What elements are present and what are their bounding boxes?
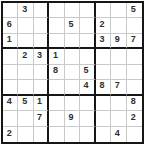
cell-r7c1-given[interactable]: 4 bbox=[3, 96, 18, 111]
cell-r2c1-given[interactable]: 6 bbox=[3, 18, 18, 33]
cell-r6c6-given[interactable]: 4 bbox=[80, 80, 95, 95]
cell-r4c7-empty[interactable] bbox=[96, 49, 111, 64]
cell-r5c8-empty[interactable] bbox=[111, 65, 126, 80]
cell-r3c9-given[interactable]: 7 bbox=[127, 34, 142, 49]
cell-r3c2-empty[interactable] bbox=[18, 34, 33, 49]
cell-r6c1-empty[interactable] bbox=[3, 80, 18, 95]
cell-r6c7-given[interactable]: 8 bbox=[96, 80, 111, 95]
cell-r1c4-empty[interactable] bbox=[49, 3, 64, 18]
cell-r5c6-given[interactable]: 5 bbox=[80, 65, 95, 80]
cell-r8c8-empty[interactable] bbox=[111, 111, 126, 126]
cell-r7c6-empty[interactable] bbox=[80, 96, 95, 111]
cell-r1c7-empty[interactable] bbox=[96, 3, 111, 18]
cell-r2c4-empty[interactable] bbox=[49, 18, 64, 33]
sudoku-board-wrapper: 35652139723185487451879224 bbox=[0, 0, 150, 144]
cell-r7c3-given[interactable]: 1 bbox=[34, 96, 49, 111]
cell-r7c4-empty[interactable] bbox=[49, 96, 64, 111]
cell-r8c5-given[interactable]: 9 bbox=[65, 111, 80, 126]
cell-r6c3-empty[interactable] bbox=[34, 80, 49, 95]
cell-r8c4-empty[interactable] bbox=[49, 111, 64, 126]
cell-r1c1-empty[interactable] bbox=[3, 3, 18, 18]
cell-r3c7-given[interactable]: 3 bbox=[96, 34, 111, 49]
cell-r9c7-empty[interactable] bbox=[96, 127, 111, 142]
cell-r9c8-given[interactable]: 4 bbox=[111, 127, 126, 142]
cell-r5c4-given[interactable]: 8 bbox=[49, 65, 64, 80]
cell-r5c7-empty[interactable] bbox=[96, 65, 111, 80]
cell-r4c3-given[interactable]: 3 bbox=[34, 49, 49, 64]
cell-r9c9-empty[interactable] bbox=[127, 127, 142, 142]
cell-r7c8-empty[interactable] bbox=[111, 96, 126, 111]
cell-r6c2-empty[interactable] bbox=[18, 80, 33, 95]
cell-r1c3-empty[interactable] bbox=[34, 3, 49, 18]
cell-r1c9-given[interactable]: 5 bbox=[127, 3, 142, 18]
cell-r9c4-empty[interactable] bbox=[49, 127, 64, 142]
cell-r6c8-given[interactable]: 7 bbox=[111, 80, 126, 95]
cell-r8c9-given[interactable]: 2 bbox=[127, 111, 142, 126]
cell-r6c5-empty[interactable] bbox=[65, 80, 80, 95]
cell-r2c7-given[interactable]: 2 bbox=[96, 18, 111, 33]
sudoku-board: 35652139723185487451879224 bbox=[1, 1, 144, 144]
cell-r3c5-empty[interactable] bbox=[65, 34, 80, 49]
cell-r6c9-empty[interactable] bbox=[127, 80, 142, 95]
cell-r7c7-empty[interactable] bbox=[96, 96, 111, 111]
cell-r8c6-empty[interactable] bbox=[80, 111, 95, 126]
cell-r4c9-empty[interactable] bbox=[127, 49, 142, 64]
cell-r7c5-empty[interactable] bbox=[65, 96, 80, 111]
cell-r2c5-given[interactable]: 5 bbox=[65, 18, 80, 33]
cell-r4c1-empty[interactable] bbox=[3, 49, 18, 64]
cell-r7c9-given[interactable]: 8 bbox=[127, 96, 142, 111]
cell-r8c2-empty[interactable] bbox=[18, 111, 33, 126]
cell-r4c4-given[interactable]: 1 bbox=[49, 49, 64, 64]
cell-r6c4-empty[interactable] bbox=[49, 80, 64, 95]
cell-r9c6-empty[interactable] bbox=[80, 127, 95, 142]
cell-r3c1-given[interactable]: 1 bbox=[3, 34, 18, 49]
cell-r2c3-empty[interactable] bbox=[34, 18, 49, 33]
cell-r5c5-empty[interactable] bbox=[65, 65, 80, 80]
cell-r5c2-empty[interactable] bbox=[18, 65, 33, 80]
cell-r7c2-given[interactable]: 5 bbox=[18, 96, 33, 111]
cell-r5c3-empty[interactable] bbox=[34, 65, 49, 80]
cell-r4c8-empty[interactable] bbox=[111, 49, 126, 64]
cell-r3c8-given[interactable]: 9 bbox=[111, 34, 126, 49]
cell-r9c3-empty[interactable] bbox=[34, 127, 49, 142]
cell-r5c1-empty[interactable] bbox=[3, 65, 18, 80]
cell-r1c6-empty[interactable] bbox=[80, 3, 95, 18]
cell-r3c3-empty[interactable] bbox=[34, 34, 49, 49]
cell-r8c1-empty[interactable] bbox=[3, 111, 18, 126]
cell-r9c2-empty[interactable] bbox=[18, 127, 33, 142]
cell-r5c9-empty[interactable] bbox=[127, 65, 142, 80]
cell-r4c5-empty[interactable] bbox=[65, 49, 80, 64]
cell-r4c6-empty[interactable] bbox=[80, 49, 95, 64]
cell-r2c6-empty[interactable] bbox=[80, 18, 95, 33]
cell-r9c5-empty[interactable] bbox=[65, 127, 80, 142]
cell-r1c2-given[interactable]: 3 bbox=[18, 3, 33, 18]
cell-r3c6-empty[interactable] bbox=[80, 34, 95, 49]
cell-r8c7-empty[interactable] bbox=[96, 111, 111, 126]
cell-r2c2-empty[interactable] bbox=[18, 18, 33, 33]
cell-r2c8-empty[interactable] bbox=[111, 18, 126, 33]
cell-r2c9-empty[interactable] bbox=[127, 18, 142, 33]
cell-r1c5-empty[interactable] bbox=[65, 3, 80, 18]
cell-r4c2-given[interactable]: 2 bbox=[18, 49, 33, 64]
cell-r8c3-given[interactable]: 7 bbox=[34, 111, 49, 126]
cell-r3c4-empty[interactable] bbox=[49, 34, 64, 49]
cell-r9c1-given[interactable]: 2 bbox=[3, 127, 18, 142]
cell-r1c8-empty[interactable] bbox=[111, 3, 126, 18]
